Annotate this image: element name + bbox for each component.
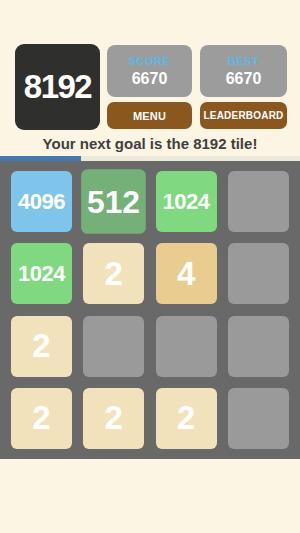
game-screen: 8192 SCORE 6670 BEST 6670 MENU LEADERBOA… (0, 0, 300, 533)
board-cell (83, 316, 144, 377)
goal-tile-badge: 8192 (15, 44, 100, 130)
best-value: 6670 (226, 70, 262, 88)
board-cell: 2 (11, 388, 72, 449)
board-cell: 2 (83, 388, 144, 449)
leaderboard-button[interactable]: LEADERBOARD (200, 102, 287, 129)
score-box: SCORE 6670 (107, 45, 192, 97)
board-cell (228, 171, 289, 232)
board-cell (228, 316, 289, 377)
board-cell: 1024 (156, 171, 217, 232)
board-cell: 4 (156, 243, 217, 304)
board-cell (228, 243, 289, 304)
board-cell: 2 (156, 388, 217, 449)
score-label: SCORE (128, 55, 170, 67)
score-value: 6670 (132, 70, 168, 88)
board-cell: 1024 (11, 243, 72, 304)
best-box: BEST 6670 (200, 45, 287, 97)
goal-banner-text: Your next goal is the 8192 tile! (0, 135, 300, 152)
board-cell: 512 (81, 169, 146, 234)
board-cell (228, 388, 289, 449)
board-cell: 4096 (11, 171, 72, 232)
menu-button[interactable]: MENU (107, 102, 192, 129)
goal-tile-value: 8192 (24, 68, 91, 106)
board-cell: 2 (11, 316, 72, 377)
best-label: BEST (228, 55, 260, 67)
board-cell: 2 (83, 243, 144, 304)
board-cell (156, 316, 217, 377)
board-grid[interactable]: 4096 512 1024 1024 2 4 2 2 2 2 (0, 161, 300, 459)
